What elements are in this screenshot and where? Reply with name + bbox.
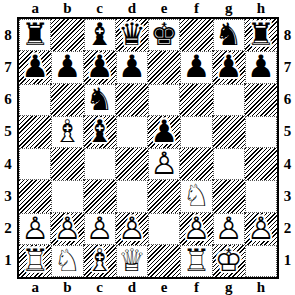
piece-white-bishop[interactable]: ♝♗ bbox=[84, 245, 116, 277]
piece-black-bishop[interactable]: ♝ bbox=[84, 116, 116, 148]
square-e7[interactable] bbox=[148, 51, 180, 83]
square-d6[interactable] bbox=[116, 84, 148, 116]
square-e6[interactable] bbox=[148, 84, 180, 116]
piece-black-king[interactable]: ♚ bbox=[148, 19, 180, 51]
piece-outline-layer: ♗ bbox=[86, 245, 114, 276]
square-b1[interactable]: ♞♘ bbox=[51, 245, 83, 277]
file-label-e: e bbox=[148, 280, 180, 295]
square-g8[interactable]: ♞ bbox=[213, 19, 245, 51]
square-g2[interactable]: ♟♙ bbox=[213, 213, 245, 245]
piece-glyph: ♛ bbox=[118, 19, 146, 50]
file-label-g: g bbox=[213, 0, 245, 16]
piece-outline-layer: ♙ bbox=[118, 213, 146, 244]
piece-white-pawn[interactable]: ♟♙ bbox=[180, 213, 212, 245]
piece-black-knight[interactable]: ♞ bbox=[84, 84, 116, 116]
piece-black-pawn[interactable]: ♟ bbox=[84, 51, 116, 83]
rank-label-8: 8 bbox=[280, 19, 295, 51]
square-c5[interactable]: ♝ bbox=[84, 116, 116, 148]
piece-outline-layer: ♙ bbox=[86, 213, 114, 244]
square-h8[interactable]: ♜ bbox=[245, 19, 277, 51]
square-a5[interactable] bbox=[19, 116, 51, 148]
square-b5[interactable]: ♝♗ bbox=[51, 116, 83, 148]
square-c7[interactable]: ♟ bbox=[84, 51, 116, 83]
piece-glyph: ♚ bbox=[150, 19, 178, 50]
square-h3[interactable] bbox=[245, 180, 277, 212]
piece-glyph: ♟ bbox=[53, 51, 81, 82]
piece-black-pawn[interactable]: ♟ bbox=[51, 51, 83, 83]
piece-white-pawn[interactable]: ♟♙ bbox=[116, 213, 148, 245]
square-d2[interactable]: ♟♙ bbox=[116, 213, 148, 245]
piece-white-pawn[interactable]: ♟♙ bbox=[51, 213, 83, 245]
piece-white-pawn[interactable]: ♟♙ bbox=[245, 213, 277, 245]
square-c8[interactable]: ♝ bbox=[84, 19, 116, 51]
square-h4[interactable] bbox=[245, 148, 277, 180]
square-f7[interactable]: ♟ bbox=[180, 51, 212, 83]
piece-black-pawn[interactable]: ♟ bbox=[19, 51, 51, 83]
square-g3[interactable] bbox=[213, 180, 245, 212]
square-d5[interactable] bbox=[116, 116, 148, 148]
piece-glyph: ♜ bbox=[247, 19, 275, 50]
piece-outline-layer: ♙ bbox=[182, 213, 210, 244]
square-d8[interactable]: ♛ bbox=[116, 19, 148, 51]
piece-outline-layer: ♙ bbox=[53, 213, 81, 244]
piece-white-pawn[interactable]: ♟♙ bbox=[213, 213, 245, 245]
piece-white-bishop[interactable]: ♝♗ bbox=[51, 116, 83, 148]
piece-black-pawn[interactable]: ♟ bbox=[213, 51, 245, 83]
rank-label-2: 2 bbox=[280, 213, 295, 245]
square-f3[interactable]: ♞♘ bbox=[180, 180, 212, 212]
piece-outline-layer: ♖ bbox=[21, 245, 49, 276]
piece-glyph: ♜ bbox=[21, 19, 49, 50]
piece-white-rook[interactable]: ♜♖ bbox=[19, 245, 51, 277]
rank-label-3: 3 bbox=[0, 180, 16, 212]
square-e2[interactable] bbox=[148, 213, 180, 245]
chess-board: ♜♝♛♚♞♜♟♟♟♟♟♟♟♞♝♗♝♟♟♙♞♘♟♙♟♙♟♙♟♙♟♙♟♙♟♙♜♖♞♘… bbox=[17, 17, 279, 279]
rank-label-5: 5 bbox=[280, 116, 295, 148]
piece-white-knight[interactable]: ♞♘ bbox=[51, 245, 83, 277]
file-label-e: e bbox=[148, 0, 180, 16]
square-b7[interactable]: ♟ bbox=[51, 51, 83, 83]
square-d3[interactable] bbox=[116, 180, 148, 212]
rank-label-6: 6 bbox=[0, 84, 16, 116]
piece-outline-layer: ♗ bbox=[53, 116, 81, 147]
piece-black-knight[interactable]: ♞ bbox=[213, 19, 245, 51]
rank-label-4: 4 bbox=[280, 148, 295, 180]
square-e5[interactable]: ♟ bbox=[148, 116, 180, 148]
rank-label-5: 5 bbox=[0, 116, 16, 148]
rank-label-4: 4 bbox=[0, 148, 16, 180]
piece-white-king[interactable]: ♚♔ bbox=[213, 245, 245, 277]
square-a3[interactable] bbox=[19, 180, 51, 212]
rank-label-6: 6 bbox=[280, 84, 295, 116]
square-a4[interactable] bbox=[19, 148, 51, 180]
piece-outline-layer: ♘ bbox=[53, 245, 81, 276]
file-label-c: c bbox=[84, 0, 116, 16]
file-label-f: f bbox=[180, 0, 212, 16]
piece-black-queen[interactable]: ♛ bbox=[116, 19, 148, 51]
square-c1[interactable]: ♝♗ bbox=[84, 245, 116, 277]
square-a6[interactable] bbox=[19, 84, 51, 116]
square-h5[interactable] bbox=[245, 116, 277, 148]
square-f6[interactable] bbox=[180, 84, 212, 116]
piece-glyph: ♟ bbox=[247, 51, 275, 82]
piece-black-pawn[interactable]: ♟ bbox=[245, 51, 277, 83]
piece-outline-layer: ♕ bbox=[118, 245, 146, 276]
square-h1[interactable] bbox=[245, 245, 277, 277]
piece-white-knight[interactable]: ♞♘ bbox=[180, 180, 212, 212]
file-labels-top: abcdefgh bbox=[19, 0, 277, 16]
piece-white-pawn[interactable]: ♟♙ bbox=[19, 213, 51, 245]
piece-black-pawn[interactable]: ♟ bbox=[148, 116, 180, 148]
file-label-d: d bbox=[116, 280, 148, 295]
square-f8[interactable] bbox=[180, 19, 212, 51]
square-a8[interactable]: ♜ bbox=[19, 19, 51, 51]
square-b2[interactable]: ♟♙ bbox=[51, 213, 83, 245]
rank-label-3: 3 bbox=[280, 180, 295, 212]
square-c6[interactable]: ♞ bbox=[84, 84, 116, 116]
file-label-b: b bbox=[51, 0, 83, 16]
file-label-a: a bbox=[19, 0, 51, 16]
piece-white-rook[interactable]: ♜♖ bbox=[180, 245, 212, 277]
square-d1[interactable]: ♛♕ bbox=[116, 245, 148, 277]
square-c3[interactable] bbox=[84, 180, 116, 212]
piece-glyph: ♞ bbox=[86, 84, 114, 115]
square-h2[interactable]: ♟♙ bbox=[245, 213, 277, 245]
piece-outline-layer: ♙ bbox=[247, 213, 275, 244]
file-label-h: h bbox=[245, 0, 277, 16]
piece-black-pawn[interactable]: ♟ bbox=[180, 51, 212, 83]
piece-glyph: ♞ bbox=[215, 19, 243, 50]
chess-diagram: abcdefgh abcdefgh 87654321 87654321 ♜♝♛♚… bbox=[0, 0, 295, 295]
square-f1[interactable]: ♜♖ bbox=[180, 245, 212, 277]
square-e3[interactable] bbox=[148, 180, 180, 212]
rank-labels-right: 87654321 bbox=[280, 19, 295, 277]
square-b3[interactable] bbox=[51, 180, 83, 212]
piece-outline-layer: ♙ bbox=[215, 213, 243, 244]
piece-black-rook[interactable]: ♜ bbox=[19, 19, 51, 51]
piece-glyph: ♟ bbox=[150, 116, 178, 147]
file-label-g: g bbox=[213, 280, 245, 295]
rank-label-7: 7 bbox=[280, 51, 295, 83]
square-d7[interactable]: ♟ bbox=[116, 51, 148, 83]
square-e8[interactable]: ♚ bbox=[148, 19, 180, 51]
piece-glyph: ♟ bbox=[86, 51, 114, 82]
rank-label-7: 7 bbox=[0, 51, 16, 83]
file-label-h: h bbox=[245, 280, 277, 295]
piece-glyph: ♟ bbox=[21, 51, 49, 82]
file-label-f: f bbox=[180, 280, 212, 295]
piece-outline-layer: ♖ bbox=[182, 245, 210, 276]
piece-outline-layer: ♔ bbox=[215, 245, 243, 276]
square-a1[interactable]: ♜♖ bbox=[19, 245, 51, 277]
file-label-c: c bbox=[84, 280, 116, 295]
square-g1[interactable]: ♚♔ bbox=[213, 245, 245, 277]
piece-glyph: ♟ bbox=[182, 51, 210, 82]
square-g5[interactable] bbox=[213, 116, 245, 148]
square-g7[interactable]: ♟ bbox=[213, 51, 245, 83]
square-c2[interactable]: ♟♙ bbox=[84, 213, 116, 245]
file-label-b: b bbox=[51, 280, 83, 295]
piece-white-pawn[interactable]: ♟♙ bbox=[148, 148, 180, 180]
square-d4[interactable] bbox=[116, 148, 148, 180]
piece-glyph: ♝ bbox=[86, 116, 114, 147]
piece-outline-layer: ♘ bbox=[182, 180, 210, 211]
piece-outline-layer: ♙ bbox=[150, 148, 178, 179]
piece-glyph: ♟ bbox=[215, 51, 243, 82]
rank-label-1: 1 bbox=[0, 245, 16, 277]
rank-label-2: 2 bbox=[0, 213, 16, 245]
square-h7[interactable]: ♟ bbox=[245, 51, 277, 83]
piece-white-queen[interactable]: ♛♕ bbox=[116, 245, 148, 277]
piece-glyph: ♝ bbox=[86, 19, 114, 50]
file-label-a: a bbox=[19, 280, 51, 295]
square-b8[interactable] bbox=[51, 19, 83, 51]
square-b4[interactable] bbox=[51, 148, 83, 180]
piece-white-pawn[interactable]: ♟♙ bbox=[84, 213, 116, 245]
square-e1[interactable] bbox=[148, 245, 180, 277]
square-f4[interactable] bbox=[180, 148, 212, 180]
square-a7[interactable]: ♟ bbox=[19, 51, 51, 83]
square-g4[interactable] bbox=[213, 148, 245, 180]
square-a2[interactable]: ♟♙ bbox=[19, 213, 51, 245]
square-f2[interactable]: ♟♙ bbox=[180, 213, 212, 245]
piece-black-pawn[interactable]: ♟ bbox=[116, 51, 148, 83]
square-h6[interactable] bbox=[245, 84, 277, 116]
square-c4[interactable] bbox=[84, 148, 116, 180]
square-e4[interactable]: ♟♙ bbox=[148, 148, 180, 180]
piece-black-rook[interactable]: ♜ bbox=[245, 19, 277, 51]
piece-outline-layer: ♙ bbox=[21, 213, 49, 244]
square-g6[interactable] bbox=[213, 84, 245, 116]
square-f5[interactable] bbox=[180, 116, 212, 148]
file-label-d: d bbox=[116, 0, 148, 16]
rank-labels-left: 87654321 bbox=[0, 19, 16, 277]
rank-label-1: 1 bbox=[280, 245, 295, 277]
piece-black-bishop[interactable]: ♝ bbox=[84, 19, 116, 51]
file-labels-bottom: abcdefgh bbox=[19, 280, 277, 295]
square-b6[interactable] bbox=[51, 84, 83, 116]
piece-glyph: ♟ bbox=[118, 51, 146, 82]
rank-label-8: 8 bbox=[0, 19, 16, 51]
